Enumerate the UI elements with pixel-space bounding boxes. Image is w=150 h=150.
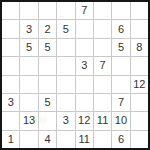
puzzle-board: 732565558371235713312111014116 [0, 0, 150, 150]
cell-r7c6: 11 [94, 112, 111, 129]
cell-r3c3: 5 [39, 39, 56, 56]
cell-r6c7: 7 [112, 94, 129, 111]
cell-r1c3[interactable] [39, 2, 56, 19]
cell-r6c4[interactable] [57, 94, 74, 111]
cell-r7c3[interactable] [39, 112, 56, 129]
cell-r3c7: 5 [112, 39, 129, 56]
cell-r8c2[interactable] [20, 131, 37, 148]
cell-r5c6[interactable] [94, 76, 111, 93]
cell-r6c2[interactable] [20, 94, 37, 111]
cell-r2c3: 2 [39, 20, 56, 37]
cell-r2c5[interactable] [76, 20, 93, 37]
cell-r8c8[interactable] [131, 131, 148, 148]
cell-r4c3[interactable] [39, 57, 56, 74]
cell-r2c4: 5 [57, 20, 74, 37]
cell-r1c6[interactable] [94, 2, 111, 19]
cell-r7c1[interactable] [2, 112, 19, 129]
cell-r6c1: 3 [2, 94, 19, 111]
cell-r2c7: 6 [112, 20, 129, 37]
cell-r8c1: 1 [2, 131, 19, 148]
cell-r3c5[interactable] [76, 39, 93, 56]
cell-r3c4[interactable] [57, 39, 74, 56]
cell-r7c4: 3 [57, 112, 74, 129]
cell-r4c5: 3 [76, 57, 93, 74]
cell-r2c8[interactable] [131, 20, 148, 37]
cell-r7c8[interactable] [131, 112, 148, 129]
cell-r5c3[interactable] [39, 76, 56, 93]
cell-r3c6[interactable] [94, 39, 111, 56]
cell-r3c8: 8 [131, 39, 148, 56]
cell-r4c1[interactable] [2, 57, 19, 74]
cell-r8c5: 11 [76, 131, 93, 148]
cell-r5c1[interactable] [2, 76, 19, 93]
cell-r6c5[interactable] [76, 94, 93, 111]
cell-r5c8: 12 [131, 76, 148, 93]
cell-r1c1[interactable] [2, 2, 19, 19]
cell-r6c3: 5 [39, 94, 56, 111]
cell-r6c6[interactable] [94, 94, 111, 111]
cell-r4c8[interactable] [131, 57, 148, 74]
cell-r7c7: 10 [112, 112, 129, 129]
cell-r3c2: 5 [20, 39, 37, 56]
cell-r6c8[interactable] [131, 94, 148, 111]
cell-r1c2[interactable] [20, 2, 37, 19]
cell-r5c7[interactable] [112, 76, 129, 93]
cell-r4c4[interactable] [57, 57, 74, 74]
cell-r4c2[interactable] [20, 57, 37, 74]
cell-r8c4[interactable] [57, 131, 74, 148]
cell-r3c1[interactable] [2, 39, 19, 56]
cell-r8c3: 4 [39, 131, 56, 148]
cell-r4c6: 7 [94, 57, 111, 74]
cell-r1c4[interactable] [57, 2, 74, 19]
cell-r5c5[interactable] [76, 76, 93, 93]
cell-r5c2[interactable] [20, 76, 37, 93]
cell-r5c4[interactable] [57, 76, 74, 93]
cell-r1c8[interactable] [131, 2, 148, 19]
cell-r2c6[interactable] [94, 20, 111, 37]
cell-r2c2: 3 [20, 20, 37, 37]
cell-r1c7[interactable] [112, 2, 129, 19]
cell-r7c2: 13 [20, 112, 37, 129]
cell-r2c1[interactable] [2, 20, 19, 37]
cell-r8c6[interactable] [94, 131, 111, 148]
cell-r1c5: 7 [76, 2, 93, 19]
cell-r4c7[interactable] [112, 57, 129, 74]
cell-r8c7: 6 [112, 131, 129, 148]
cell-r7c5: 12 [76, 112, 93, 129]
